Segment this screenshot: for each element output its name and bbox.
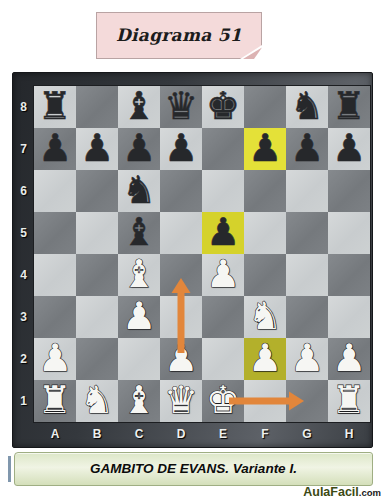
piece-black-pawn-a7: ♟	[38, 128, 72, 169]
square-d6	[160, 170, 202, 212]
square-g5	[286, 212, 328, 254]
square-d7: ♟	[160, 128, 202, 170]
piece-black-pawn-g7: ♟	[290, 128, 324, 169]
piece-white-pawn-c3: ♟	[122, 296, 156, 337]
rank-label-6: 6	[13, 170, 34, 212]
board-squares: ♜♝♛♚♞♜♟♟♟♟♟♟♟♞♝♟♝♟♟♞♟♟♟♟♟♜♞♝♛♚♜	[34, 86, 370, 422]
file-label-d: D	[160, 425, 202, 445]
file-label-f: F	[244, 425, 286, 445]
square-f7: ♟	[244, 128, 286, 170]
piece-white-knight-f3: ♞	[248, 296, 282, 337]
piece-white-rook-a1: ♜	[38, 380, 72, 421]
piece-black-queen-d8: ♛	[164, 86, 198, 127]
piece-black-pawn-f7: ♟	[248, 128, 282, 169]
square-f2: ♟	[244, 338, 286, 380]
square-d3	[160, 296, 202, 338]
square-a1: ♜	[34, 380, 76, 422]
file-label-a: A	[34, 425, 76, 445]
square-b4	[76, 254, 118, 296]
square-e1: ♚	[202, 380, 244, 422]
square-c5: ♝	[118, 212, 160, 254]
caption-bar: GAMBITO DE EVANS. Variante I.	[14, 452, 373, 486]
square-a2: ♟	[34, 338, 76, 380]
piece-black-rook-a8: ♜	[38, 86, 72, 127]
square-e6	[202, 170, 244, 212]
square-c6: ♞	[118, 170, 160, 212]
square-e7	[202, 128, 244, 170]
square-h6	[328, 170, 370, 212]
square-b1: ♞	[76, 380, 118, 422]
file-coordinates: ABCDEFGH	[34, 425, 370, 445]
square-h7: ♟	[328, 128, 370, 170]
square-f4	[244, 254, 286, 296]
diagram-title: Diagrama 51	[97, 13, 261, 58]
piece-black-pawn-d7: ♟	[164, 128, 198, 169]
rank-label-5: 5	[13, 212, 34, 254]
square-c4: ♝	[118, 254, 160, 296]
square-d4	[160, 254, 202, 296]
piece-white-pawn-e4: ♟	[206, 254, 240, 295]
chess-board: 87654321 ♜♝♛♚♞♜♟♟♟♟♟♟♟♞♝♟♝♟♟♞♟♟♟♟♟♜♞♝♛♚♜…	[12, 72, 373, 448]
square-g7: ♟	[286, 128, 328, 170]
piece-white-pawn-d2: ♟	[164, 338, 198, 379]
square-g6	[286, 170, 328, 212]
brand-name: AulaFacil	[303, 485, 359, 496]
piece-black-pawn-e5: ♟	[206, 212, 240, 253]
square-c8: ♝	[118, 86, 160, 128]
file-label-e: E	[202, 425, 244, 445]
square-a6	[34, 170, 76, 212]
square-b6	[76, 170, 118, 212]
file-label-b: B	[76, 425, 118, 445]
square-c3: ♟	[118, 296, 160, 338]
square-b2	[76, 338, 118, 380]
piece-white-bishop-c4: ♝	[122, 254, 156, 295]
file-label-h: H	[328, 425, 370, 445]
square-e5: ♟	[202, 212, 244, 254]
square-g3	[286, 296, 328, 338]
piece-black-pawn-h7: ♟	[332, 128, 366, 169]
piece-black-pawn-c7: ♟	[122, 128, 156, 169]
piece-white-bishop-c1: ♝	[122, 380, 156, 421]
piece-black-rook-h8: ♜	[332, 86, 366, 127]
brand-line: AulaFacil.com	[303, 482, 381, 496]
file-label-g: G	[286, 425, 328, 445]
square-c2	[118, 338, 160, 380]
rank-label-3: 3	[13, 296, 34, 338]
piece-white-pawn-h2: ♟	[332, 338, 366, 379]
square-b5	[76, 212, 118, 254]
piece-black-bishop-c5: ♝	[122, 212, 156, 253]
piece-black-bishop-c8: ♝	[122, 86, 156, 127]
piece-black-king-e8: ♚	[206, 86, 240, 127]
square-f5	[244, 212, 286, 254]
piece-white-pawn-g2: ♟	[290, 338, 324, 379]
piece-white-pawn-f2: ♟	[248, 338, 282, 379]
square-b3	[76, 296, 118, 338]
rank-label-7: 7	[13, 128, 34, 170]
square-g2: ♟	[286, 338, 328, 380]
square-d8: ♛	[160, 86, 202, 128]
square-d5	[160, 212, 202, 254]
square-a8: ♜	[34, 86, 76, 128]
square-c7: ♟	[118, 128, 160, 170]
square-f6	[244, 170, 286, 212]
rank-label-4: 4	[13, 254, 34, 296]
square-e8: ♚	[202, 86, 244, 128]
left-margin-tick	[8, 456, 11, 482]
square-h2: ♟	[328, 338, 370, 380]
square-h1: ♜	[328, 380, 370, 422]
piece-black-pawn-b7: ♟	[80, 128, 114, 169]
square-a5	[34, 212, 76, 254]
square-f8	[244, 86, 286, 128]
piece-white-knight-b1: ♞	[80, 380, 114, 421]
piece-black-knight-c6: ♞	[122, 170, 156, 211]
square-b7: ♟	[76, 128, 118, 170]
square-a3	[34, 296, 76, 338]
piece-white-king-e1: ♚	[206, 380, 240, 421]
caption-text: GAMBITO DE EVANS. Variante I.	[15, 453, 372, 485]
diagram-title-box: Diagrama 51	[96, 12, 262, 59]
square-h8: ♜	[328, 86, 370, 128]
square-e2	[202, 338, 244, 380]
square-g8: ♞	[286, 86, 328, 128]
square-c1: ♝	[118, 380, 160, 422]
rank-label-8: 8	[13, 86, 34, 128]
page: Diagrama 51 87654321 ♜♝♛♚♞♜♟♟♟♟♟♟♟♞♝♟♝♟♟…	[0, 0, 385, 496]
piece-white-queen-d1: ♛	[164, 380, 198, 421]
piece-white-rook-h1: ♜	[332, 380, 366, 421]
square-d2: ♟	[160, 338, 202, 380]
piece-black-knight-g8: ♞	[290, 86, 324, 127]
square-g4	[286, 254, 328, 296]
square-f1	[244, 380, 286, 422]
rank-label-1: 1	[13, 380, 34, 422]
square-h5	[328, 212, 370, 254]
piece-white-pawn-a2: ♟	[38, 338, 72, 379]
square-e4: ♟	[202, 254, 244, 296]
square-h4	[328, 254, 370, 296]
rank-coordinates: 87654321	[13, 86, 34, 422]
file-label-c: C	[118, 425, 160, 445]
square-a7: ♟	[34, 128, 76, 170]
square-h3	[328, 296, 370, 338]
brand-suffix: .com	[359, 487, 381, 496]
square-g1	[286, 380, 328, 422]
rank-label-2: 2	[13, 338, 34, 380]
square-d1: ♛	[160, 380, 202, 422]
square-f3: ♞	[244, 296, 286, 338]
square-e3	[202, 296, 244, 338]
square-a4	[34, 254, 76, 296]
square-b8	[76, 86, 118, 128]
